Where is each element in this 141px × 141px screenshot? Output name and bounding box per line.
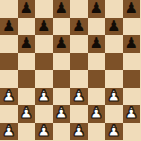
square-f6[interactable]: ♟: [88, 35, 106, 53]
square-f8[interactable]: ♟: [88, 0, 106, 18]
square-b8[interactable]: ♟: [18, 0, 36, 18]
square-a8[interactable]: [0, 0, 18, 18]
black-pawn: ♟: [2, 17, 15, 35]
square-e3[interactable]: ♟: [70, 88, 88, 106]
black-pawn: ♟: [20, 0, 33, 17]
square-g8[interactable]: [105, 0, 123, 18]
square-g5[interactable]: [105, 53, 123, 71]
square-h1[interactable]: [123, 123, 141, 141]
square-e1[interactable]: ♟: [70, 123, 88, 141]
square-d5[interactable]: [53, 53, 71, 71]
white-pawn: ♟: [37, 87, 50, 105]
square-b7[interactable]: [18, 18, 36, 36]
square-b4[interactable]: [18, 70, 36, 88]
square-g2[interactable]: [105, 105, 123, 123]
square-b5[interactable]: [18, 53, 36, 71]
square-b6[interactable]: ♟: [18, 35, 36, 53]
square-c4[interactable]: [35, 70, 53, 88]
white-pawn: ♟: [2, 87, 15, 105]
white-pawn: ♟: [2, 122, 15, 140]
square-a3[interactable]: ♟: [0, 88, 18, 106]
square-g4[interactable]: [105, 70, 123, 88]
black-pawn: ♟: [90, 35, 103, 53]
square-c7[interactable]: ♟: [35, 18, 53, 36]
white-pawn: ♟: [107, 87, 120, 105]
white-pawn: ♟: [55, 105, 68, 123]
black-pawn: ♟: [72, 17, 85, 35]
square-f2[interactable]: ♟: [88, 105, 106, 123]
white-pawn: ♟: [20, 105, 33, 123]
square-f3[interactable]: [88, 88, 106, 106]
square-h3[interactable]: [123, 88, 141, 106]
square-d3[interactable]: [53, 88, 71, 106]
square-d7[interactable]: [53, 18, 71, 36]
square-d4[interactable]: [53, 70, 71, 88]
square-h5[interactable]: [123, 53, 141, 71]
black-pawn: ♟: [107, 17, 120, 35]
square-e6[interactable]: [70, 35, 88, 53]
square-e8[interactable]: [70, 0, 88, 18]
white-pawn: ♟: [125, 105, 138, 123]
square-g3[interactable]: ♟: [105, 88, 123, 106]
black-pawn: ♟: [125, 35, 138, 53]
square-g1[interactable]: ♟: [105, 123, 123, 141]
square-a6[interactable]: [0, 35, 18, 53]
white-pawn: ♟: [72, 122, 85, 140]
square-b3[interactable]: [18, 88, 36, 106]
square-c8[interactable]: [35, 0, 53, 18]
square-e2[interactable]: [70, 105, 88, 123]
black-pawn: ♟: [37, 17, 50, 35]
square-e7[interactable]: ♟: [70, 18, 88, 36]
white-pawn: ♟: [72, 87, 85, 105]
square-e4[interactable]: [70, 70, 88, 88]
square-a2[interactable]: [0, 105, 18, 123]
black-pawn: ♟: [90, 0, 103, 17]
square-c5[interactable]: [35, 53, 53, 71]
white-pawn: ♟: [107, 122, 120, 140]
square-d8[interactable]: ♟: [53, 0, 71, 18]
chess-board: ♟♟♟♟♟♟♟♟♟♟♟♟♟♟♟♟♟♟♟♟♟♟♟♟: [0, 0, 140, 140]
square-f5[interactable]: [88, 53, 106, 71]
square-d6[interactable]: ♟: [53, 35, 71, 53]
square-c6[interactable]: [35, 35, 53, 53]
square-c1[interactable]: ♟: [35, 123, 53, 141]
square-a5[interactable]: [0, 53, 18, 71]
white-pawn: ♟: [90, 105, 103, 123]
square-f7[interactable]: [88, 18, 106, 36]
square-d1[interactable]: [53, 123, 71, 141]
black-pawn: ♟: [55, 35, 68, 53]
square-h2[interactable]: ♟: [123, 105, 141, 123]
square-h8[interactable]: ♟: [123, 0, 141, 18]
square-b1[interactable]: [18, 123, 36, 141]
square-g7[interactable]: ♟: [105, 18, 123, 36]
square-d2[interactable]: ♟: [53, 105, 71, 123]
black-pawn: ♟: [55, 0, 68, 17]
square-h6[interactable]: ♟: [123, 35, 141, 53]
square-f1[interactable]: [88, 123, 106, 141]
white-pawn: ♟: [37, 122, 50, 140]
square-a7[interactable]: ♟: [0, 18, 18, 36]
square-g6[interactable]: [105, 35, 123, 53]
square-f4[interactable]: [88, 70, 106, 88]
square-h4[interactable]: [123, 70, 141, 88]
black-pawn: ♟: [125, 0, 138, 17]
black-pawn: ♟: [20, 35, 33, 53]
square-c2[interactable]: [35, 105, 53, 123]
square-a1[interactable]: ♟: [0, 123, 18, 141]
square-h7[interactable]: [123, 18, 141, 36]
square-b2[interactable]: ♟: [18, 105, 36, 123]
square-a4[interactable]: [0, 70, 18, 88]
square-c3[interactable]: ♟: [35, 88, 53, 106]
square-e5[interactable]: [70, 53, 88, 71]
